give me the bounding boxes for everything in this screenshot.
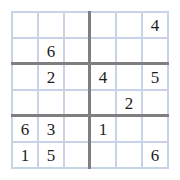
cell-r6c3[interactable] [65,143,89,167]
cell-r6c6[interactable]: 6 [143,143,167,167]
cell-r3c2[interactable]: 2 [39,65,63,89]
cell-r1c3[interactable] [65,13,89,37]
cell-r4c1[interactable] [13,91,37,115]
cell-r3c5[interactable] [117,65,141,89]
cell-r2c4[interactable] [91,39,115,63]
cell-r6c1[interactable]: 1 [13,143,37,167]
cell-r6c5[interactable] [117,143,141,167]
cell-r2c6[interactable] [143,39,167,63]
cell-r4c2[interactable] [39,91,63,115]
cell-r2c2[interactable]: 6 [39,39,63,63]
box-divider-vertical [88,11,91,169]
cell-r5c4[interactable]: 1 [91,117,115,141]
cell-r3c4[interactable]: 4 [91,65,115,89]
cell-r4c4[interactable] [91,91,115,115]
cell-r2c1[interactable] [13,39,37,63]
cell-r1c4[interactable] [91,13,115,37]
cell-r5c6[interactable] [143,117,167,141]
cell-r6c4[interactable] [91,143,115,167]
cell-r4c5[interactable]: 2 [117,91,141,115]
cell-r1c5[interactable] [117,13,141,37]
cell-r5c3[interactable] [65,117,89,141]
cell-r4c6[interactable] [143,91,167,115]
box-divider-horizontal-bottom [11,114,169,117]
sudoku-board-wrapper: 462452631156 [11,11,169,169]
box-divider-horizontal-top [11,62,169,65]
cell-r3c1[interactable] [13,65,37,89]
cell-r1c2[interactable] [39,13,63,37]
cell-r5c2[interactable]: 3 [39,117,63,141]
cell-r6c2[interactable]: 5 [39,143,63,167]
cell-r2c5[interactable] [117,39,141,63]
cell-r5c5[interactable] [117,117,141,141]
cell-r2c3[interactable] [65,39,89,63]
cell-r3c6[interactable]: 5 [143,65,167,89]
cell-r1c6[interactable]: 4 [143,13,167,37]
cell-r1c1[interactable] [13,13,37,37]
cell-r5c1[interactable]: 6 [13,117,37,141]
cell-r3c3[interactable] [65,65,89,89]
cell-r4c3[interactable] [65,91,89,115]
